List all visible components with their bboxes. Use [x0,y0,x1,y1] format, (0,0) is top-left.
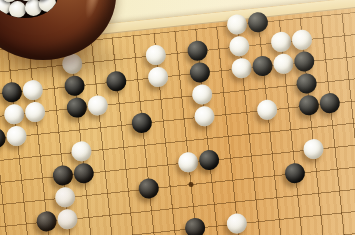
star-point [188,181,193,186]
bowl-white-stone [9,1,26,18]
bowl-white-stone [39,0,56,12]
go-game-photo [0,0,355,235]
bowl-opening [0,0,58,18]
